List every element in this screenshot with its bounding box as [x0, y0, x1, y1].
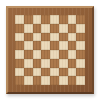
square-d2[interactable]: [41, 68, 50, 77]
square-c5[interactable]: [33, 41, 42, 50]
square-h2[interactable]: [76, 68, 85, 77]
square-a7[interactable]: [15, 24, 24, 33]
square-b2[interactable]: [24, 68, 33, 77]
square-e1[interactable]: [50, 76, 59, 85]
square-h8[interactable]: [76, 15, 85, 24]
square-f6[interactable]: [59, 33, 68, 42]
square-a1[interactable]: [15, 76, 24, 85]
product-photo-background: [0, 0, 100, 100]
square-d1[interactable]: [41, 76, 50, 85]
square-b7[interactable]: [24, 24, 33, 33]
square-f2[interactable]: [59, 68, 68, 77]
square-b8[interactable]: [24, 15, 33, 24]
square-d3[interactable]: [41, 59, 50, 68]
square-a2[interactable]: [15, 68, 24, 77]
square-b3[interactable]: [24, 59, 33, 68]
square-e6[interactable]: [50, 33, 59, 42]
square-c7[interactable]: [33, 24, 42, 33]
square-h7[interactable]: [76, 24, 85, 33]
square-e4[interactable]: [50, 50, 59, 59]
square-c3[interactable]: [33, 59, 42, 68]
square-g6[interactable]: [68, 33, 77, 42]
square-b1[interactable]: [24, 76, 33, 85]
square-e8[interactable]: [50, 15, 59, 24]
square-c8[interactable]: [33, 15, 42, 24]
square-h6[interactable]: [76, 33, 85, 42]
square-c6[interactable]: [33, 33, 42, 42]
square-h3[interactable]: [76, 59, 85, 68]
square-b4[interactable]: [24, 50, 33, 59]
square-g3[interactable]: [68, 59, 77, 68]
square-c2[interactable]: [33, 68, 42, 77]
square-a3[interactable]: [15, 59, 24, 68]
square-e2[interactable]: [50, 68, 59, 77]
square-g2[interactable]: [68, 68, 77, 77]
square-g1[interactable]: [68, 76, 77, 85]
square-f1[interactable]: [59, 76, 68, 85]
square-f7[interactable]: [59, 24, 68, 33]
square-d4[interactable]: [41, 50, 50, 59]
square-c1[interactable]: [33, 76, 42, 85]
square-h1[interactable]: [76, 76, 85, 85]
chess-board: [6, 6, 94, 94]
square-d5[interactable]: [41, 41, 50, 50]
square-d6[interactable]: [41, 33, 50, 42]
square-d8[interactable]: [41, 15, 50, 24]
square-f3[interactable]: [59, 59, 68, 68]
square-f4[interactable]: [59, 50, 68, 59]
square-f5[interactable]: [59, 41, 68, 50]
square-g7[interactable]: [68, 24, 77, 33]
square-h4[interactable]: [76, 50, 85, 59]
square-e3[interactable]: [50, 59, 59, 68]
square-h5[interactable]: [76, 41, 85, 50]
square-f8[interactable]: [59, 15, 68, 24]
square-g5[interactable]: [68, 41, 77, 50]
square-e5[interactable]: [50, 41, 59, 50]
square-a5[interactable]: [15, 41, 24, 50]
square-a8[interactable]: [15, 15, 24, 24]
square-g4[interactable]: [68, 50, 77, 59]
square-g8[interactable]: [68, 15, 77, 24]
square-a6[interactable]: [15, 33, 24, 42]
square-a4[interactable]: [15, 50, 24, 59]
square-e7[interactable]: [50, 24, 59, 33]
square-b6[interactable]: [24, 33, 33, 42]
chess-board-squares: [15, 15, 85, 85]
square-d7[interactable]: [41, 24, 50, 33]
square-c4[interactable]: [33, 50, 42, 59]
square-b5[interactable]: [24, 41, 33, 50]
